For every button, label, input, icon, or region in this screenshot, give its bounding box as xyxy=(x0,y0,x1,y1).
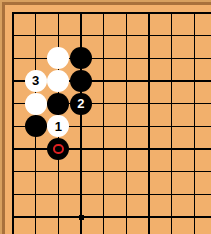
stone-black-b14 xyxy=(25,115,47,137)
stone-black-c15 xyxy=(47,93,69,115)
stone-black-d17 xyxy=(70,47,92,69)
intersection-b14 xyxy=(24,115,47,138)
intersection-d15: 2 xyxy=(70,92,93,115)
stone-white-b15 xyxy=(25,93,47,115)
intersection-c17 xyxy=(47,47,70,70)
stone-black-c13 xyxy=(47,138,69,160)
move-number-label: 3 xyxy=(32,74,39,87)
stone-black-d16 xyxy=(70,70,92,92)
stone-white-c17 xyxy=(47,47,69,69)
stone-white-c14: 1 xyxy=(47,115,69,137)
intersection-b15 xyxy=(24,92,47,115)
intersection-c15 xyxy=(47,92,70,115)
stone-white-b16: 3 xyxy=(25,70,47,92)
stones-layer: 321 xyxy=(2,2,206,229)
move-number-label: 2 xyxy=(77,97,84,110)
circle-mark-icon xyxy=(53,144,64,155)
intersection-b16: 3 xyxy=(24,70,47,93)
intersection-c13 xyxy=(47,138,70,161)
intersection-d17 xyxy=(70,47,93,70)
stone-white-c16 xyxy=(47,70,69,92)
stone-black-d15: 2 xyxy=(70,93,92,115)
go-board-diagram: 321 xyxy=(0,0,211,234)
intersection-c14: 1 xyxy=(47,115,70,138)
intersection-c16 xyxy=(47,70,70,93)
move-number-label: 1 xyxy=(55,119,62,132)
intersection-d16 xyxy=(70,70,93,93)
